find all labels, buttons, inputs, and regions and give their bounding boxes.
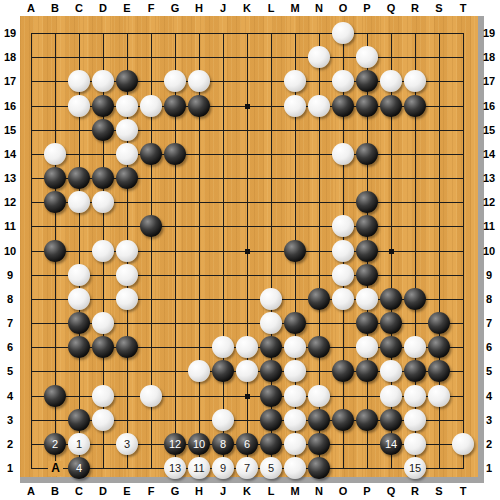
stone-white-C17 <box>68 70 90 92</box>
stone-white-E16 <box>116 95 138 117</box>
stone-white-Q5 <box>380 360 402 382</box>
stone-white-R2 <box>404 433 426 455</box>
stone-black-S5 <box>428 360 450 382</box>
stone-white-L8 <box>260 288 282 310</box>
stone-white-C12 <box>68 191 90 213</box>
stone-white-O9 <box>332 264 354 286</box>
stone-white-D17 <box>92 70 114 92</box>
stone-black-B13 <box>44 167 66 189</box>
stone-black-E13 <box>116 167 138 189</box>
row-label-left-10: 10 <box>1 244 19 258</box>
row-label-right-8: 8 <box>480 292 498 306</box>
col-label-bottom-R: R <box>406 484 424 498</box>
stone-black-P3 <box>356 409 378 431</box>
row-label-right-16: 16 <box>480 99 498 113</box>
row-label-left-7: 7 <box>1 316 19 330</box>
stone-white-H17 <box>188 70 210 92</box>
stone-black-O3 <box>332 409 354 431</box>
col-label-bottom-T: T <box>454 484 472 498</box>
stone-white-O8 <box>332 288 354 310</box>
stone-white-D4 <box>92 385 114 407</box>
star-point-K10 <box>245 249 250 254</box>
stone-white-E14 <box>116 143 138 165</box>
stone-black-J2: 8 <box>212 433 234 455</box>
row-label-right-9: 9 <box>480 268 498 282</box>
stone-black-L6 <box>260 336 282 358</box>
col-label-bottom-G: G <box>166 484 184 498</box>
row-label-right-4: 4 <box>480 389 498 403</box>
col-label-bottom-M: M <box>286 484 304 498</box>
row-label-left-17: 17 <box>1 74 19 88</box>
stone-white-T2 <box>452 433 474 455</box>
row-label-left-18: 18 <box>1 50 19 64</box>
col-label-bottom-Q: Q <box>382 484 400 498</box>
stone-black-S6 <box>428 336 450 358</box>
stone-white-D7 <box>92 312 114 334</box>
star-point-K16 <box>245 104 250 109</box>
stone-white-F16 <box>140 95 162 117</box>
stone-black-N8 <box>308 288 330 310</box>
stone-white-D3 <box>92 409 114 431</box>
col-label-top-O: O <box>334 1 352 15</box>
stone-white-R3 <box>404 409 426 431</box>
stone-black-C3 <box>68 409 90 431</box>
row-label-right-14: 14 <box>480 147 498 161</box>
col-label-top-C: C <box>70 1 88 15</box>
row-label-left-9: 9 <box>1 268 19 282</box>
stone-white-L1: 5 <box>260 457 282 479</box>
stone-black-P7 <box>356 312 378 334</box>
row-label-left-6: 6 <box>1 340 19 354</box>
stone-black-H2: 10 <box>188 433 210 455</box>
stone-white-O11 <box>332 215 354 237</box>
stone-white-C16 <box>68 95 90 117</box>
stone-black-N6 <box>308 336 330 358</box>
col-label-top-N: N <box>310 1 328 15</box>
row-label-left-12: 12 <box>1 195 19 209</box>
stone-black-H16 <box>188 95 210 117</box>
stone-black-Q7 <box>380 312 402 334</box>
row-label-left-13: 13 <box>1 171 19 185</box>
stone-black-N2 <box>308 433 330 455</box>
col-label-top-F: F <box>142 1 160 15</box>
stone-black-D13 <box>92 167 114 189</box>
stone-black-O5 <box>332 360 354 382</box>
stone-white-J6 <box>212 336 234 358</box>
stone-white-G1: 13 <box>164 457 186 479</box>
stone-white-M17 <box>284 70 306 92</box>
stone-white-C8 <box>68 288 90 310</box>
row-label-right-11: 11 <box>480 219 498 233</box>
row-label-right-18: 18 <box>480 50 498 64</box>
stone-black-L3 <box>260 409 282 431</box>
go-board[interactable]: 213121086144131197515A <box>20 16 478 477</box>
row-label-right-7: 7 <box>480 316 498 330</box>
row-label-right-17: 17 <box>480 74 498 88</box>
stone-black-R16 <box>404 95 426 117</box>
col-label-top-G: G <box>166 1 184 15</box>
col-label-top-H: H <box>190 1 208 15</box>
stone-black-P5 <box>356 360 378 382</box>
stone-white-K1: 7 <box>236 457 258 479</box>
stone-black-Q2: 14 <box>380 433 402 455</box>
stone-white-P6 <box>356 336 378 358</box>
stone-black-R5 <box>404 360 426 382</box>
stone-white-R17 <box>404 70 426 92</box>
row-label-right-10: 10 <box>480 244 498 258</box>
stone-black-L5 <box>260 360 282 382</box>
col-label-top-L: L <box>262 1 280 15</box>
row-label-right-12: 12 <box>480 195 498 209</box>
stone-black-P14 <box>356 143 378 165</box>
stone-black-R8 <box>404 288 426 310</box>
row-label-right-13: 13 <box>480 171 498 185</box>
stone-black-Q16 <box>380 95 402 117</box>
row-label-right-6: 6 <box>480 340 498 354</box>
col-label-bottom-J: J <box>214 484 232 498</box>
col-label-bottom-B: B <box>46 484 64 498</box>
col-label-top-K: K <box>238 1 256 15</box>
stone-white-D12 <box>92 191 114 213</box>
stone-white-M4 <box>284 385 306 407</box>
stone-black-P11 <box>356 215 378 237</box>
stone-white-O19 <box>332 22 354 44</box>
col-label-bottom-L: L <box>262 484 280 498</box>
col-label-bottom-O: O <box>334 484 352 498</box>
stone-white-D10 <box>92 240 114 262</box>
stone-white-C9 <box>68 264 90 286</box>
row-label-left-11: 11 <box>1 219 19 233</box>
row-label-left-15: 15 <box>1 123 19 137</box>
stone-white-N4 <box>308 385 330 407</box>
stone-black-F11 <box>140 215 162 237</box>
stone-black-D15 <box>92 119 114 141</box>
stone-black-O16 <box>332 95 354 117</box>
col-label-bottom-N: N <box>310 484 328 498</box>
stone-black-S7 <box>428 312 450 334</box>
stone-white-M5 <box>284 360 306 382</box>
stone-white-O17 <box>332 70 354 92</box>
star-point-Q10 <box>389 249 394 254</box>
row-label-right-5: 5 <box>480 364 498 378</box>
stone-black-Q3 <box>380 409 402 431</box>
col-label-top-S: S <box>430 1 448 15</box>
col-label-bottom-F: F <box>142 484 160 498</box>
stone-black-G2: 12 <box>164 433 186 455</box>
stone-white-P8 <box>356 288 378 310</box>
stone-black-C1: 4 <box>68 457 90 479</box>
stone-white-Q17 <box>380 70 402 92</box>
stone-white-O10 <box>332 240 354 262</box>
stone-white-E10 <box>116 240 138 262</box>
stone-white-Q4 <box>380 385 402 407</box>
stone-black-P17 <box>356 70 378 92</box>
stone-black-D6 <box>92 336 114 358</box>
stone-black-B4 <box>44 385 66 407</box>
stone-black-L4 <box>260 385 282 407</box>
stone-white-L7 <box>260 312 282 334</box>
col-label-bottom-E: E <box>118 484 136 498</box>
stone-black-K2: 6 <box>236 433 258 455</box>
stone-black-P10 <box>356 240 378 262</box>
stone-white-R6 <box>404 336 426 358</box>
stone-black-C7 <box>68 312 90 334</box>
stone-white-B14 <box>44 143 66 165</box>
stone-black-B2: 2 <box>44 433 66 455</box>
grid-line-vertical <box>463 33 464 469</box>
col-label-top-T: T <box>454 1 472 15</box>
stone-white-J3 <box>212 409 234 431</box>
stone-white-M2 <box>284 433 306 455</box>
row-label-left-8: 8 <box>1 292 19 306</box>
col-label-bottom-K: K <box>238 484 256 498</box>
stone-white-N18 <box>308 46 330 68</box>
star-point-K4 <box>245 394 250 399</box>
stone-black-Q8 <box>380 288 402 310</box>
row-label-right-3: 3 <box>480 413 498 427</box>
stone-black-C6 <box>68 336 90 358</box>
stone-white-H1: 11 <box>188 457 210 479</box>
stone-white-R1: 15 <box>404 457 426 479</box>
stone-white-K5 <box>236 360 258 382</box>
row-label-left-16: 16 <box>1 99 19 113</box>
col-label-top-D: D <box>94 1 112 15</box>
row-label-right-19: 19 <box>480 26 498 40</box>
col-label-top-P: P <box>358 1 376 15</box>
stone-white-P18 <box>356 46 378 68</box>
stone-white-E8 <box>116 288 138 310</box>
stone-white-K6 <box>236 336 258 358</box>
stone-black-C13 <box>68 167 90 189</box>
stone-black-B12 <box>44 191 66 213</box>
stone-black-M10 <box>284 240 306 262</box>
stone-white-E15 <box>116 119 138 141</box>
row-label-left-1: 1 <box>1 461 19 475</box>
stone-black-M7 <box>284 312 306 334</box>
stone-black-F14 <box>140 143 162 165</box>
stone-black-N1 <box>308 457 330 479</box>
stone-white-J1: 9 <box>212 457 234 479</box>
stone-white-R4 <box>404 385 426 407</box>
row-label-right-1: 1 <box>480 461 498 475</box>
stone-black-D16 <box>92 95 114 117</box>
row-label-right-15: 15 <box>480 123 498 137</box>
col-label-bottom-H: H <box>190 484 208 498</box>
stone-white-M3 <box>284 409 306 431</box>
col-label-top-R: R <box>406 1 424 15</box>
col-label-top-J: J <box>214 1 232 15</box>
col-label-top-M: M <box>286 1 304 15</box>
stone-white-M16 <box>284 95 306 117</box>
stone-white-S4 <box>428 385 450 407</box>
col-label-bottom-A: A <box>22 484 40 498</box>
row-label-left-19: 19 <box>1 26 19 40</box>
col-label-top-B: B <box>46 1 64 15</box>
stone-white-E2: 3 <box>116 433 138 455</box>
stone-black-P16 <box>356 95 378 117</box>
col-label-bottom-D: D <box>94 484 112 498</box>
row-label-left-4: 4 <box>1 389 19 403</box>
annotation-A-B1: A <box>48 461 63 476</box>
stone-black-P12 <box>356 191 378 213</box>
stone-white-E9 <box>116 264 138 286</box>
grid-line-horizontal <box>31 275 464 276</box>
stone-white-H5 <box>188 360 210 382</box>
stone-white-N16 <box>308 95 330 117</box>
stone-white-F4 <box>140 385 162 407</box>
stone-black-P9 <box>356 264 378 286</box>
col-label-top-Q: Q <box>382 1 400 15</box>
stone-black-E6 <box>116 336 138 358</box>
row-label-left-5: 5 <box>1 364 19 378</box>
col-label-top-E: E <box>118 1 136 15</box>
row-label-right-2: 2 <box>480 437 498 451</box>
stone-black-N3 <box>308 409 330 431</box>
col-label-top-A: A <box>22 1 40 15</box>
go-diagram-panel: 213121086144131197515A AABBCCDDEEFFGGHHJ… <box>0 0 500 500</box>
stone-black-E17 <box>116 70 138 92</box>
row-label-left-3: 3 <box>1 413 19 427</box>
stone-white-M6 <box>284 336 306 358</box>
stone-white-M1 <box>284 457 306 479</box>
stone-black-J5 <box>212 360 234 382</box>
stone-white-C2: 1 <box>68 433 90 455</box>
stone-black-G16 <box>164 95 186 117</box>
stone-white-G17 <box>164 70 186 92</box>
col-label-bottom-S: S <box>430 484 448 498</box>
row-label-left-14: 14 <box>1 147 19 161</box>
stone-black-Q6 <box>380 336 402 358</box>
stone-white-O14 <box>332 143 354 165</box>
col-label-bottom-P: P <box>358 484 376 498</box>
col-label-bottom-C: C <box>70 484 88 498</box>
stone-black-B10 <box>44 240 66 262</box>
stone-black-G14 <box>164 143 186 165</box>
stone-black-L2 <box>260 433 282 455</box>
row-label-left-2: 2 <box>1 437 19 451</box>
